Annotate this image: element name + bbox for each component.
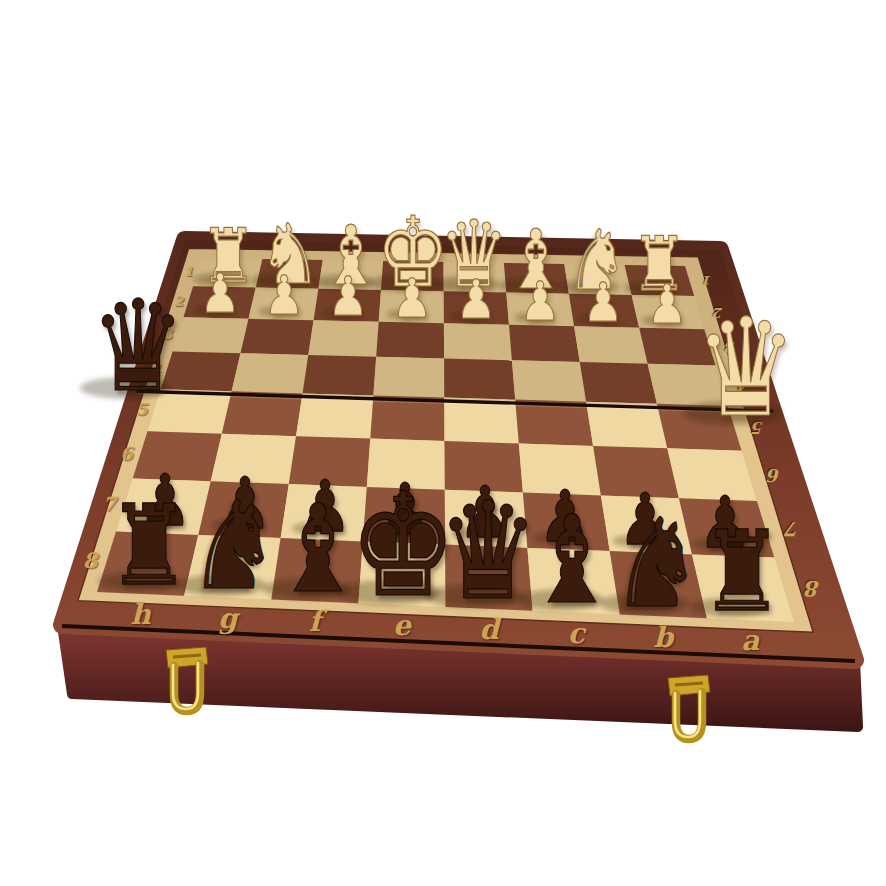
piece-white-pawn-b2[interactable]: ♟ <box>583 276 624 330</box>
rank-label-left-8: 8 <box>83 548 100 573</box>
rank-label-left-1: 1 <box>184 264 193 279</box>
piece-white-pawn-h2[interactable]: ♟ <box>200 267 241 321</box>
piece-white-pawn-a2[interactable]: ♟ <box>647 278 688 332</box>
piece-black-queen-d8[interactable]: ♛ <box>437 484 539 619</box>
piece-white-pawn-f2[interactable]: ♟ <box>328 270 369 324</box>
piece-black-rook-h8[interactable]: ♜ <box>107 490 191 601</box>
piece-black-knight-b8[interactable]: ♞ <box>611 502 704 625</box>
piece-black-knight-g8[interactable]: ♞ <box>187 484 280 607</box>
rank-label-right-1: 1 <box>703 273 712 288</box>
piece-white-queen-frame-right[interactable]: ♛ <box>695 300 797 436</box>
piece-black-queen-frame-left[interactable]: ♛ <box>91 284 186 410</box>
piece-white-pawn-d2[interactable]: ♟ <box>455 273 496 327</box>
piece-white-pawn-g2[interactable]: ♟ <box>264 269 305 323</box>
chess-set-photo: 1122334455667788hgfedcba ♜♞♝♛♚♝♞♜♟♟♟♟♟♟♟… <box>0 0 886 886</box>
rank-label-right-8: 8 <box>803 576 820 601</box>
piece-white-pawn-e2[interactable]: ♟ <box>391 272 432 326</box>
rank-label-left-6: 6 <box>120 443 134 464</box>
piece-black-rook-a8[interactable]: ♜ <box>700 516 784 627</box>
piece-white-pawn-c2[interactable]: ♟ <box>519 275 560 329</box>
piece-black-bishop-c8[interactable]: ♝ <box>527 500 618 621</box>
rank-label-right-6: 6 <box>766 465 780 486</box>
